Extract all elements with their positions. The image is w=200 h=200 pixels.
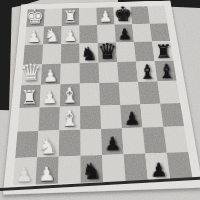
board-scene: ♚♜♟♚♟♞♟♟♞♛♜♛♟♝♝♜♟♝♝♟♞♟♟♟♞♟ xyxy=(0,0,200,200)
square-f6[interactable] xyxy=(116,42,136,62)
square-c7[interactable]: ♟ xyxy=(61,25,79,44)
square-g8[interactable] xyxy=(130,6,149,23)
square-a5[interactable]: ♛ xyxy=(21,64,42,85)
square-c2[interactable] xyxy=(59,130,81,156)
piece-white-bishop-c3[interactable]: ♝ xyxy=(59,109,79,129)
square-g6[interactable] xyxy=(134,41,155,61)
piece-black-pawn-f3[interactable]: ♟ xyxy=(124,111,140,127)
square-d5[interactable] xyxy=(80,62,100,83)
square-h3[interactable] xyxy=(160,103,184,127)
square-a6[interactable] xyxy=(23,44,43,64)
square-g4[interactable] xyxy=(138,81,160,104)
square-b4[interactable]: ♟ xyxy=(40,84,61,107)
square-d7[interactable] xyxy=(79,25,97,44)
square-g3[interactable] xyxy=(140,103,163,127)
square-e2[interactable]: ♟ xyxy=(101,128,124,154)
square-b6[interactable] xyxy=(42,44,61,64)
square-e1[interactable] xyxy=(102,154,126,182)
square-e7[interactable] xyxy=(97,24,116,43)
piece-black-pawn-g1[interactable]: ♟ xyxy=(150,162,168,180)
square-a2[interactable] xyxy=(15,131,38,157)
chess-photo: ♚♜♟♚♟♞♟♟♞♛♜♛♟♝♝♜♟♝♝♟♞♟♟♟♞♟ xyxy=(0,0,200,200)
square-d8[interactable] xyxy=(79,8,97,26)
square-d4[interactable] xyxy=(80,83,100,106)
square-f1[interactable] xyxy=(124,153,148,181)
square-e3[interactable] xyxy=(100,105,122,129)
square-c8[interactable]: ♜ xyxy=(62,8,80,26)
piece-white-pawn-b4[interactable]: ♟ xyxy=(42,90,58,106)
square-h5[interactable]: ♝ xyxy=(155,60,177,81)
square-a7[interactable]: ♟ xyxy=(25,26,44,45)
square-f2[interactable] xyxy=(122,128,145,154)
square-h1[interactable] xyxy=(167,152,193,180)
square-h6[interactable]: ♜ xyxy=(152,41,173,61)
piece-white-pawn-c7[interactable]: ♟ xyxy=(63,29,77,43)
piece-black-queen-e6[interactable]: ♛ xyxy=(98,42,118,62)
square-f3[interactable]: ♟ xyxy=(120,104,142,128)
piece-white-rook-c8[interactable]: ♜ xyxy=(63,10,78,25)
piece-white-king-a8[interactable]: ♚ xyxy=(26,7,45,26)
board-border: ♚♜♟♚♟♞♟♟♞♛♜♛♟♝♝♜♟♝♝♟♞♟♟♟♞♟ xyxy=(3,1,200,195)
square-a4[interactable]: ♜ xyxy=(19,85,40,108)
square-f4[interactable] xyxy=(119,82,141,105)
square-b5[interactable]: ♟ xyxy=(41,63,61,84)
square-b2[interactable]: ♞ xyxy=(37,130,59,156)
square-d2[interactable] xyxy=(80,129,102,155)
square-b1[interactable]: ♟ xyxy=(36,156,59,184)
piece-white-knight-b2[interactable]: ♞ xyxy=(38,135,58,155)
square-f5[interactable] xyxy=(117,61,138,82)
piece-black-rook-h6[interactable]: ♜ xyxy=(155,43,172,60)
piece-white-queen-a5[interactable]: ♛ xyxy=(20,63,42,85)
square-c4[interactable]: ♝ xyxy=(60,84,80,107)
square-a8[interactable]: ♚ xyxy=(26,9,45,27)
piece-white-pawn-b5[interactable]: ♟ xyxy=(43,69,58,84)
piece-black-bishop-h5[interactable]: ♝ xyxy=(158,62,176,80)
piece-black-bishop-g5[interactable]: ♝ xyxy=(138,63,156,81)
square-a1[interactable]: ♟ xyxy=(13,157,37,186)
piece-black-knight-d1[interactable]: ♞ xyxy=(81,161,102,182)
piece-white-pawn-a7[interactable]: ♟ xyxy=(27,30,41,44)
square-d6[interactable]: ♞ xyxy=(80,43,99,63)
square-b8[interactable] xyxy=(44,9,62,27)
square-b3[interactable] xyxy=(38,106,59,131)
square-e4[interactable] xyxy=(99,82,120,105)
square-d3[interactable] xyxy=(80,105,101,129)
square-c1[interactable] xyxy=(58,155,81,183)
chessboard[interactable]: ♚♜♟♚♟♞♟♟♞♛♜♛♟♝♝♜♟♝♝♟♞♟♟♟♞♟ xyxy=(13,6,193,185)
piece-black-king-f8[interactable]: ♚ xyxy=(114,5,133,24)
square-b7[interactable]: ♞ xyxy=(43,26,62,45)
square-h2[interactable] xyxy=(163,126,188,152)
square-c5[interactable] xyxy=(60,63,79,84)
square-e6[interactable]: ♛ xyxy=(98,42,118,62)
square-h4[interactable] xyxy=(157,81,180,104)
piece-black-knight-d6[interactable]: ♞ xyxy=(80,45,97,62)
square-g7[interactable] xyxy=(132,23,152,42)
piece-white-pawn-b1[interactable]: ♟ xyxy=(38,165,56,183)
piece-white-rook-a4[interactable]: ♜ xyxy=(21,89,39,107)
square-f8[interactable]: ♚ xyxy=(113,7,132,25)
square-c6[interactable] xyxy=(61,43,80,63)
piece-black-pawn-e2[interactable]: ♟ xyxy=(104,136,121,153)
square-g5[interactable]: ♝ xyxy=(136,61,157,82)
square-a3[interactable] xyxy=(17,107,39,132)
square-h7[interactable] xyxy=(150,23,170,42)
piece-white-pawn-a1[interactable]: ♟ xyxy=(15,166,33,184)
square-c3[interactable]: ♝ xyxy=(59,106,80,130)
square-e8[interactable]: ♟ xyxy=(96,7,114,25)
piece-black-pawn-f7[interactable]: ♟ xyxy=(118,27,132,41)
piece-white-pawn-e8[interactable]: ♟ xyxy=(99,10,113,24)
square-e5[interactable] xyxy=(98,62,118,83)
square-d1[interactable]: ♞ xyxy=(80,154,103,182)
piece-white-knight-b7[interactable]: ♞ xyxy=(44,27,61,44)
square-h8[interactable] xyxy=(147,6,167,23)
piece-white-bishop-c4[interactable]: ♝ xyxy=(60,86,80,106)
square-f7[interactable]: ♟ xyxy=(115,24,134,43)
